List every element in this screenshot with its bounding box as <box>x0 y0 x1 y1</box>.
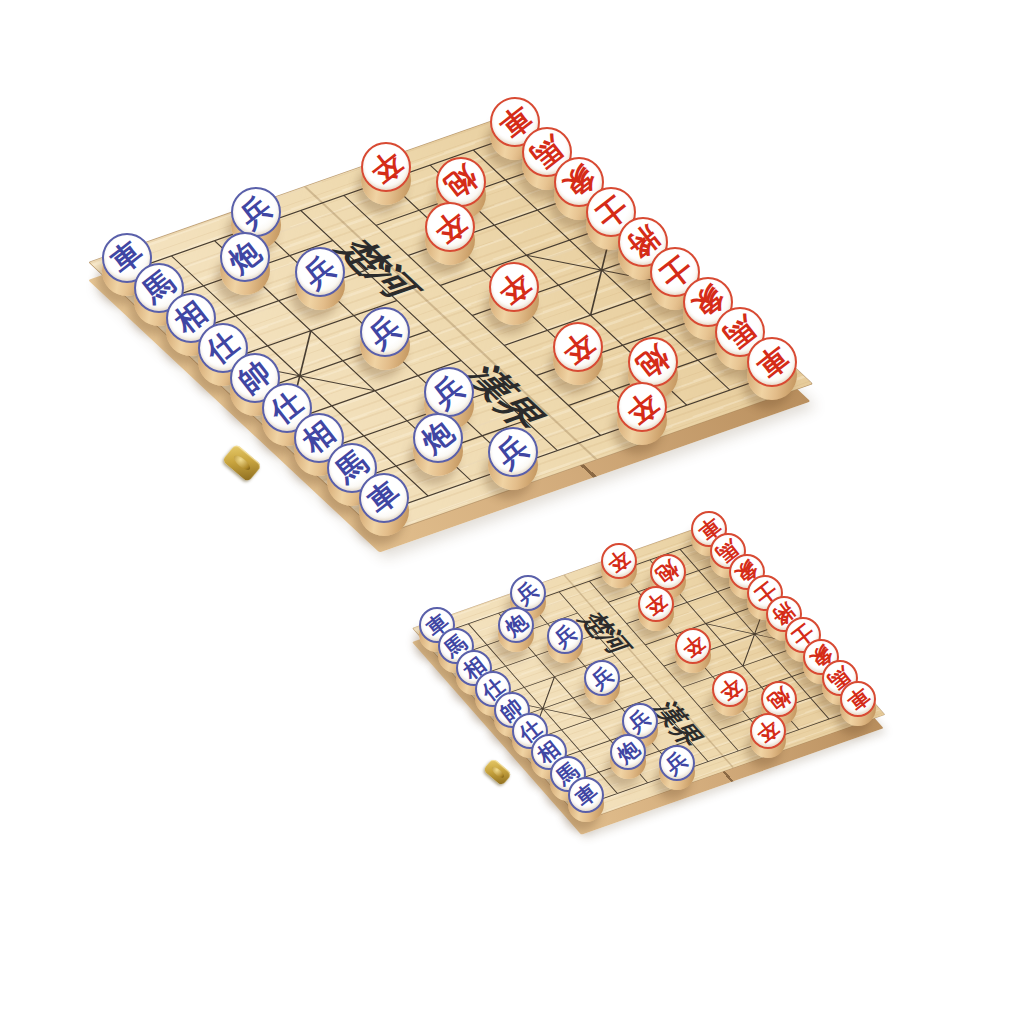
piece-face: 兵 <box>360 307 410 357</box>
piece-blue-cannon: 炮 <box>220 232 270 295</box>
piece-character: 炮 <box>499 608 533 643</box>
piece-character: 兵 <box>548 618 582 653</box>
piece-face: 車 <box>747 337 797 387</box>
piece-face: 卒 <box>712 671 748 707</box>
piece-face: 炮 <box>436 157 486 207</box>
piece-character: 兵 <box>489 427 538 478</box>
piece-character: 炮 <box>436 156 485 207</box>
piece-red-soldier: 卒 <box>553 322 603 385</box>
piece-character: 炮 <box>651 554 685 589</box>
piece-red-chariot: 車 <box>840 681 876 726</box>
piece-red-soldier: 卒 <box>361 142 411 205</box>
piece-character: 卒 <box>751 714 785 749</box>
product-photo-scene: 楚河漢界車車馬馬相象仕士帥將仕士相象馬馬車車炮炮炮炮兵卒兵卒兵卒兵卒兵卒 楚河漢… <box>0 0 1024 1024</box>
piece-blue-soldier: 兵 <box>547 618 583 663</box>
piece-face: 炮 <box>413 413 463 463</box>
piece-face: 兵 <box>424 367 474 417</box>
piece-character: 卒 <box>714 671 748 706</box>
piece-face: 車 <box>359 473 409 523</box>
piece-blue-soldier: 兵 <box>295 247 345 310</box>
piece-character: 兵 <box>360 307 409 358</box>
piece-character: 車 <box>841 682 875 717</box>
piece-character: 卒 <box>554 322 603 373</box>
piece-red-soldier: 卒 <box>425 202 475 265</box>
piece-character: 卒 <box>425 202 474 253</box>
piece-face: 卒 <box>361 142 411 192</box>
piece-face: 卒 <box>601 543 637 579</box>
piece-character: 兵 <box>660 745 694 780</box>
piece-face: 兵 <box>547 618 583 654</box>
piece-face: 炮 <box>628 337 678 387</box>
piece-red-soldier: 卒 <box>601 543 637 588</box>
piece-blue-cannon: 炮 <box>498 607 534 652</box>
piece-blue-soldier: 兵 <box>360 307 410 370</box>
piece-blue-chariot: 車 <box>568 777 604 822</box>
piece-character: 兵 <box>424 367 473 418</box>
clasp-knob <box>489 765 504 779</box>
piece-face: 卒 <box>553 322 603 372</box>
piece-face: 卒 <box>489 262 539 312</box>
piece-character: 卒 <box>361 142 410 193</box>
brass-clasp <box>482 758 511 786</box>
piece-blue-soldier: 兵 <box>659 745 695 790</box>
piece-blue-chariot: 車 <box>359 473 409 536</box>
piece-face: 卒 <box>750 713 786 749</box>
piece-character: 兵 <box>586 661 620 696</box>
piece-face: 卒 <box>425 202 475 252</box>
piece-character: 炮 <box>762 682 796 717</box>
piece-character: 兵 <box>511 576 545 611</box>
piece-face: 兵 <box>510 575 546 611</box>
piece-character: 炮 <box>611 735 645 770</box>
piece-face: 兵 <box>622 703 658 739</box>
piece-red-soldier: 卒 <box>638 586 674 631</box>
piece-character: 炮 <box>413 412 462 463</box>
piece-character: 車 <box>569 777 603 812</box>
piece-blue-cannon: 炮 <box>413 413 463 476</box>
piece-red-soldier: 卒 <box>712 671 748 716</box>
piece-character: 兵 <box>623 703 657 738</box>
piece-blue-cannon: 炮 <box>610 734 646 779</box>
piece-face: 車 <box>568 777 604 813</box>
piece-red-soldier: 卒 <box>750 713 786 758</box>
piece-red-soldier: 卒 <box>489 262 539 325</box>
piece-character: 車 <box>359 472 408 523</box>
piece-blue-soldier: 兵 <box>584 660 620 705</box>
piece-face: 兵 <box>659 745 695 781</box>
piece-blue-soldier: 兵 <box>488 427 538 490</box>
piece-character: 炮 <box>629 337 678 388</box>
piece-character: 卒 <box>676 629 710 664</box>
piece-red-chariot: 車 <box>747 337 797 400</box>
piece-face: 炮 <box>650 554 686 590</box>
piece-red-soldier: 卒 <box>617 382 667 445</box>
piece-red-soldier: 卒 <box>675 628 711 673</box>
piece-face: 卒 <box>638 586 674 622</box>
piece-character: 卒 <box>618 382 667 433</box>
piece-character: 卒 <box>639 586 673 621</box>
piece-character: 卒 <box>602 544 636 579</box>
piece-character: 車 <box>747 336 796 387</box>
piece-character: 卒 <box>490 262 539 313</box>
